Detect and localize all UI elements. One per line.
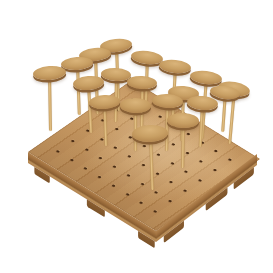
cake-pop — [33, 66, 66, 80]
pop-disc — [72, 75, 104, 92]
pop-disc — [186, 95, 218, 112]
stand-foot — [206, 188, 228, 212]
cake-pop — [89, 95, 120, 109]
cake-pop — [159, 60, 191, 73]
peg-hole — [98, 157, 103, 160]
peg-hole — [169, 181, 174, 184]
peg-hole — [156, 153, 161, 156]
cake-pop — [61, 57, 93, 70]
cake-pop — [187, 96, 218, 110]
pop-disc — [88, 94, 120, 110]
cake-pop — [127, 76, 157, 89]
peg-hole — [85, 148, 90, 151]
peg-hole — [140, 182, 145, 185]
peg-hole — [97, 176, 102, 179]
peg-hole — [185, 151, 190, 154]
peg-hole — [141, 164, 146, 167]
peg-hole — [114, 127, 119, 130]
peg-hole — [168, 200, 173, 203]
pop-disc — [61, 55, 94, 70]
peg-hole — [126, 174, 131, 177]
peg-hole — [70, 158, 75, 161]
pop-disc — [167, 112, 200, 128]
stand-foot — [34, 167, 49, 183]
pop-disc — [32, 65, 66, 81]
cake-pop — [167, 113, 199, 128]
peg-hole — [199, 160, 204, 163]
cake-pop — [120, 98, 151, 113]
peg-hole — [214, 150, 219, 153]
pop-disc — [151, 93, 183, 109]
peg-hole — [183, 189, 188, 192]
stand-foot — [164, 221, 184, 243]
peg-hole — [198, 179, 203, 182]
peg-hole — [228, 158, 233, 161]
peg-hole — [125, 193, 130, 196]
stand-foot — [234, 167, 254, 189]
pop-disc — [132, 124, 169, 142]
cake-pop — [73, 76, 104, 90]
peg-hole — [153, 210, 158, 213]
peg-hole — [56, 150, 61, 153]
stand-foot — [87, 199, 105, 217]
cake-pop — [132, 125, 168, 142]
peg-hole — [112, 165, 117, 168]
peg-hole — [139, 201, 144, 204]
peg-hole — [71, 139, 76, 142]
peg-hole — [158, 115, 163, 118]
cake-pop — [152, 94, 183, 108]
pop-stick — [48, 73, 52, 131]
peg-hole — [170, 162, 175, 165]
peg-hole — [184, 170, 189, 173]
pop-disc — [158, 58, 191, 74]
pop-disc — [119, 97, 150, 113]
peg-hole — [155, 172, 160, 175]
peg-hole — [213, 169, 218, 172]
peg-hole — [186, 132, 191, 135]
peg-hole — [111, 184, 116, 187]
peg-hole — [113, 146, 118, 149]
peg-hole — [154, 191, 159, 194]
peg-hole — [171, 143, 176, 146]
product-photo — [0, 0, 273, 273]
peg-hole — [142, 145, 147, 148]
pop-disc — [127, 75, 158, 90]
peg-hole — [83, 167, 88, 170]
stand-foot — [138, 231, 155, 248]
peg-hole — [127, 155, 132, 158]
